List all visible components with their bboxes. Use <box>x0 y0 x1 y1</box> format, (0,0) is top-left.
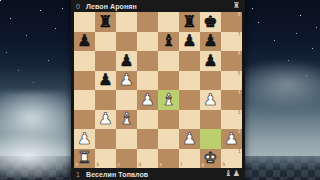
rank-label-8: 8 <box>238 13 241 18</box>
square-e7[interactable]: ♝ <box>158 32 179 52</box>
file-label-b: b <box>97 163 100 168</box>
square-b5[interactable]: ♟ <box>95 71 116 91</box>
square-b7[interactable] <box>95 32 116 52</box>
black-pawn-piece[interactable]: ♟ <box>203 33 217 49</box>
square-e2[interactable] <box>158 129 179 149</box>
square-d4[interactable]: ♟ <box>137 90 158 110</box>
square-f8[interactable]: ♜ <box>179 12 200 32</box>
square-b1[interactable]: b <box>95 149 116 169</box>
bishop-advantage-icon: ♝ <box>225 170 232 178</box>
rank-label-7: 7 <box>238 33 241 38</box>
square-c3[interactable]: ♝ <box>116 110 137 130</box>
file-label-h: h <box>223 163 226 168</box>
white-pawn-piece[interactable]: ♟ <box>119 72 133 88</box>
square-a1[interactable]: ♜a <box>74 149 95 169</box>
square-d1[interactable]: d <box>137 149 158 169</box>
square-g1[interactable]: ♚g <box>200 149 221 169</box>
square-a2[interactable]: ♟ <box>74 129 95 149</box>
square-d5[interactable] <box>137 71 158 91</box>
ocean-foam-bottom-left <box>0 134 76 178</box>
square-a6[interactable] <box>74 51 95 71</box>
square-c1[interactable]: c <box>116 149 137 169</box>
rank-label-4: 4 <box>238 91 241 96</box>
black-bishop-piece[interactable]: ♝ <box>161 33 175 49</box>
square-e8[interactable] <box>158 12 179 32</box>
square-d7[interactable] <box>137 32 158 52</box>
square-h8[interactable]: 8 <box>221 12 242 32</box>
square-h3[interactable]: 3 <box>221 110 242 130</box>
square-b2[interactable] <box>95 129 116 149</box>
black-pawn-piece[interactable]: ♟ <box>119 52 133 68</box>
bottom-player-bar: 1 Веселин Топалов ♝♟ <box>71 168 245 180</box>
white-pawn-piece[interactable]: ♟ <box>203 91 217 107</box>
file-label-g: g <box>202 163 205 168</box>
stars-decoration <box>0 0 1 1</box>
square-a4[interactable] <box>74 90 95 110</box>
square-c5[interactable]: ♟ <box>116 71 137 91</box>
square-f6[interactable] <box>179 51 200 71</box>
bottom-player-material-advantage: ♝♟ <box>225 170 240 178</box>
rank-label-2: 2 <box>238 130 241 135</box>
square-a3[interactable] <box>74 110 95 130</box>
square-e5[interactable] <box>158 71 179 91</box>
square-g8[interactable]: ♚ <box>200 12 221 32</box>
white-bishop-piece[interactable]: ♝ <box>161 91 175 107</box>
board-frame: ♜♜♚8♟♝♟♟7♟♟6♟♟5♟♝♟4♟♝3♟♟♟2♜abcdef♚g1h <box>71 12 245 168</box>
black-king-piece[interactable]: ♚ <box>203 13 217 29</box>
square-c6[interactable]: ♟ <box>116 51 137 71</box>
square-b8[interactable]: ♜ <box>95 12 116 32</box>
square-h4[interactable]: 4 <box>221 90 242 110</box>
square-c8[interactable] <box>116 12 137 32</box>
black-pawn-piece[interactable]: ♟ <box>203 52 217 68</box>
square-h7[interactable]: 7 <box>221 32 242 52</box>
white-rook-piece[interactable]: ♜ <box>77 150 91 166</box>
square-b4[interactable] <box>95 90 116 110</box>
square-h1[interactable]: 1h <box>221 149 242 169</box>
white-bishop-piece[interactable]: ♝ <box>119 111 133 127</box>
white-pawn-piece[interactable]: ♟ <box>182 130 196 146</box>
file-label-e: e <box>160 163 163 168</box>
file-label-f: f <box>181 163 183 168</box>
square-g6[interactable]: ♟ <box>200 51 221 71</box>
square-h5[interactable]: 5 <box>221 71 242 91</box>
white-pawn-piece[interactable]: ♟ <box>224 130 238 146</box>
rank-label-6: 6 <box>238 52 241 57</box>
white-pawn-piece[interactable]: ♟ <box>140 91 154 107</box>
square-b6[interactable] <box>95 51 116 71</box>
square-a7[interactable]: ♟ <box>74 32 95 52</box>
file-label-c: c <box>118 163 121 168</box>
black-pawn-piece[interactable]: ♟ <box>182 33 196 49</box>
square-g7[interactable]: ♟ <box>200 32 221 52</box>
square-c7[interactable] <box>116 32 137 52</box>
top-player-name: Левон Аронян <box>86 3 233 10</box>
square-f2[interactable]: ♟ <box>179 129 200 149</box>
square-e1[interactable]: e <box>158 149 179 169</box>
ocean-wave-right <box>236 62 320 108</box>
square-f4[interactable] <box>179 90 200 110</box>
square-f1[interactable]: f <box>179 149 200 169</box>
square-e3[interactable] <box>158 110 179 130</box>
bottom-player-name: Веселин Топалов <box>86 171 225 178</box>
file-label-a: a <box>76 163 79 168</box>
square-g3[interactable] <box>200 110 221 130</box>
white-king-piece[interactable]: ♚ <box>203 150 217 166</box>
black-pawn-piece[interactable]: ♟ <box>98 72 112 88</box>
square-g2[interactable] <box>200 129 221 149</box>
top-player-material-advantage: ♜ <box>233 2 240 10</box>
square-f7[interactable]: ♟ <box>179 32 200 52</box>
square-a8[interactable] <box>74 12 95 32</box>
chess-board: ♜♜♚8♟♝♟♟7♟♟6♟♟5♟♝♟4♟♝3♟♟♟2♜abcdef♚g1h <box>74 12 242 168</box>
file-label-d: d <box>139 163 142 168</box>
square-g4[interactable]: ♟ <box>200 90 221 110</box>
square-a5[interactable] <box>74 71 95 91</box>
black-pawn-piece[interactable]: ♟ <box>77 33 91 49</box>
square-f3[interactable] <box>179 110 200 130</box>
black-rook-piece[interactable]: ♜ <box>182 13 196 29</box>
white-pawn-piece[interactable]: ♟ <box>77 130 91 146</box>
square-e4[interactable]: ♝ <box>158 90 179 110</box>
square-b3[interactable]: ♟ <box>95 110 116 130</box>
square-c2[interactable] <box>116 129 137 149</box>
square-f5[interactable] <box>179 71 200 91</box>
square-c4[interactable] <box>116 90 137 110</box>
rank-label-3: 3 <box>238 111 241 116</box>
bottom-player-score: 1 <box>76 171 86 178</box>
top-player-bar: 0 Левон Аронян ♜ <box>71 0 245 12</box>
square-e6[interactable] <box>158 51 179 71</box>
black-rook-piece[interactable]: ♜ <box>98 13 112 29</box>
square-g5[interactable] <box>200 71 221 91</box>
square-d2[interactable] <box>137 129 158 149</box>
square-d8[interactable] <box>137 12 158 32</box>
rank-label-5: 5 <box>238 72 241 77</box>
rook-advantage-icon: ♜ <box>233 2 240 10</box>
rank-label-1: 1 <box>238 150 241 155</box>
pawn-advantage-icon: ♟ <box>233 170 240 178</box>
top-player-score: 0 <box>76 3 86 10</box>
square-h6[interactable]: 6 <box>221 51 242 71</box>
chess-app-window: 0 Левон Аронян ♜ ♜♜♚8♟♝♟♟7♟♟6♟♟5♟♝♟4♟♝3♟… <box>71 0 245 180</box>
square-d3[interactable] <box>137 110 158 130</box>
white-pawn-piece[interactable]: ♟ <box>98 111 112 127</box>
square-h2[interactable]: ♟2 <box>221 129 242 149</box>
square-d6[interactable] <box>137 51 158 71</box>
